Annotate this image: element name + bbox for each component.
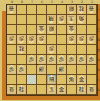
square-9a[interactable]: 香 [7, 5, 17, 15]
rank-label-4: 四 [97, 35, 100, 45]
square-4a[interactable] [57, 5, 67, 15]
piece-gote-l-1a[interactable]: 香 [87, 5, 95, 14]
piece-glyph: 銀 [49, 24, 55, 33]
square-9h[interactable] [7, 75, 17, 85]
piece-sente-p-1f[interactable]: 歩 [87, 55, 95, 64]
piece-sente-p-2f[interactable]: 歩 [77, 55, 85, 64]
square-1a[interactable]: 香 [87, 5, 97, 15]
piece-gote-g-6c[interactable]: 金 [37, 25, 45, 34]
rank-label-6: 六 [97, 55, 100, 65]
piece-sente-p-8g[interactable]: 歩 [17, 65, 25, 74]
square-3g[interactable] [67, 65, 77, 75]
square-9f[interactable] [7, 55, 17, 65]
square-4i[interactable]: 金 [57, 85, 67, 95]
piece-glyph: 歩 [89, 34, 95, 43]
square-5d[interactable] [47, 35, 57, 45]
piece-sente-k-5i[interactable]: 玉 [47, 85, 55, 94]
file-label-3: 3 [67, 0, 77, 4]
piece-glyph: 歩 [29, 55, 35, 64]
square-7d[interactable]: 歩 [27, 35, 37, 45]
square-7b[interactable] [27, 15, 37, 25]
piece-glyph: 銀 [69, 4, 75, 13]
shogi-board[interactable]: 香銀桂香飛歩玉角金銀金歩歩歩歩歩歩歩桂歩歩歩歩歩歩歩歩歩歩銀銀飛角金香桂玉金桂香 [7, 5, 97, 96]
piece-glyph: 桂 [79, 4, 85, 13]
piece-gote-b-2b[interactable]: 角 [77, 15, 85, 24]
piece-glyph: 歩 [39, 55, 45, 64]
piece-sente-l-1i[interactable]: 香 [87, 85, 95, 94]
square-1h[interactable] [87, 75, 97, 85]
piece-glyph: 金 [59, 85, 65, 94]
square-4g[interactable]: 銀 [57, 65, 67, 75]
square-3c[interactable]: 金 [67, 25, 77, 35]
square-1d[interactable]: 歩 [87, 35, 97, 45]
square-7i[interactable] [27, 85, 37, 95]
piece-sente-p-5f[interactable]: 歩 [47, 55, 55, 64]
bottom-frame-strip [2, 96, 100, 101]
piece-glyph: 桂 [19, 44, 25, 53]
piece-glyph: 歩 [9, 65, 15, 74]
piece-glyph: 玉 [69, 14, 75, 23]
piece-glyph: 角 [69, 75, 75, 84]
piece-sente-p-4f[interactable]: 歩 [57, 55, 65, 64]
shogi-app: 987654321 一二三四五六七八九 香銀桂香飛歩玉角金銀金歩歩歩歩歩歩歩桂歩… [0, 0, 100, 100]
file-label-7: 7 [27, 0, 37, 4]
square-3e[interactable] [67, 45, 77, 55]
square-5b[interactable]: 飛 [47, 15, 57, 25]
square-2i[interactable]: 桂 [77, 85, 87, 95]
square-5h[interactable]: 飛 [47, 75, 57, 85]
piece-glyph: 香 [89, 4, 95, 13]
piece-glyph: 銀 [39, 65, 45, 74]
piece-sente-p-7f[interactable]: 歩 [27, 55, 35, 64]
piece-glyph: 香 [9, 85, 15, 94]
piece-gote-p-6d[interactable]: 歩 [37, 35, 45, 44]
square-6d[interactable]: 歩 [37, 35, 47, 45]
square-5g[interactable] [47, 65, 57, 75]
piece-sente-r-5h[interactable]: 飛 [47, 75, 55, 84]
square-1g[interactable] [87, 65, 97, 75]
piece-gote-p-7d[interactable]: 歩 [27, 35, 35, 44]
piece-glyph: 歩 [69, 55, 75, 64]
piece-gote-p-9d[interactable]: 歩 [7, 35, 15, 44]
piece-glyph: 銀 [59, 65, 65, 74]
square-9i[interactable]: 香 [7, 85, 17, 95]
rank-label-3: 三 [97, 25, 100, 35]
square-2c[interactable] [77, 25, 87, 35]
piece-glyph: 歩 [89, 55, 95, 64]
piece-gote-p-1d[interactable]: 歩 [87, 35, 95, 44]
piece-glyph: 金 [79, 75, 85, 84]
square-9d[interactable]: 歩 [7, 35, 17, 45]
piece-gote-n-2a[interactable]: 桂 [77, 5, 85, 14]
square-1e[interactable] [87, 45, 97, 55]
rank-label-2: 二 [97, 15, 100, 25]
piece-glyph: 歩 [49, 44, 55, 53]
square-6f[interactable]: 歩 [37, 55, 47, 65]
file-label-5: 5 [47, 0, 57, 4]
piece-glyph: 飛 [49, 14, 55, 23]
square-9g[interactable]: 歩 [7, 65, 17, 75]
square-2a[interactable]: 桂 [77, 5, 87, 15]
piece-sente-l-9i[interactable]: 香 [7, 85, 15, 94]
file-coordinates: 987654321 [7, 0, 97, 4]
piece-gote-k-3b[interactable]: 玉 [67, 15, 75, 24]
file-label-6: 6 [37, 0, 47, 4]
square-6c[interactable]: 金 [37, 25, 47, 35]
square-7a[interactable] [27, 5, 37, 15]
piece-gote-p-3d[interactable]: 歩 [67, 35, 75, 44]
piece-sente-b-3h[interactable]: 角 [67, 75, 75, 84]
square-3d[interactable]: 歩 [67, 35, 77, 45]
file-label-1: 1 [87, 0, 97, 4]
piece-glyph: 歩 [19, 34, 25, 43]
square-8c[interactable] [17, 25, 27, 35]
rank-label-8: 八 [97, 75, 100, 85]
file-label-9: 9 [7, 0, 17, 4]
square-4d[interactable] [57, 35, 67, 45]
square-5e[interactable]: 歩 [47, 45, 57, 55]
piece-glyph: 歩 [49, 55, 55, 64]
file-label-4: 4 [57, 0, 67, 4]
piece-sente-n-2i[interactable]: 桂 [77, 85, 85, 94]
piece-glyph: 玉 [49, 85, 55, 94]
square-3b[interactable]: 玉 [67, 15, 77, 25]
piece-glyph: 歩 [79, 55, 85, 64]
square-1i[interactable]: 香 [87, 85, 97, 95]
rank-label-1: 一 [97, 5, 100, 15]
square-4b[interactable]: 歩 [57, 15, 67, 25]
piece-glyph: 歩 [69, 34, 75, 43]
square-2d[interactable]: 歩 [77, 35, 87, 45]
square-5f[interactable]: 歩 [47, 55, 57, 65]
piece-gote-p-5e[interactable]: 歩 [47, 45, 55, 54]
piece-sente-g-2h[interactable]: 金 [77, 75, 85, 84]
square-8g[interactable]: 歩 [17, 65, 27, 75]
square-3i[interactable] [67, 85, 77, 95]
piece-sente-p-3f[interactable]: 歩 [67, 55, 75, 64]
piece-glyph: 桂 [79, 85, 85, 94]
piece-sente-p-6f[interactable]: 歩 [37, 55, 45, 64]
square-6b[interactable] [37, 15, 47, 25]
piece-gote-g-3c[interactable]: 金 [67, 25, 75, 34]
square-8i[interactable]: 桂 [17, 85, 27, 95]
square-8f[interactable] [17, 55, 27, 65]
piece-glyph: 歩 [19, 65, 25, 74]
rank-label-5: 五 [97, 45, 100, 55]
file-label-8: 8 [17, 0, 27, 4]
piece-glyph: 歩 [9, 34, 15, 43]
square-8d[interactable]: 歩 [17, 35, 27, 45]
square-7g[interactable] [27, 65, 37, 75]
piece-sente-g-4i[interactable]: 金 [57, 85, 65, 94]
square-2e[interactable] [77, 45, 87, 55]
square-4e[interactable] [57, 45, 67, 55]
piece-glyph: 香 [89, 85, 95, 94]
square-9b[interactable] [7, 15, 17, 25]
square-5a[interactable] [47, 5, 57, 15]
piece-gote-s-3a[interactable]: 銀 [67, 5, 75, 14]
square-8h[interactable] [17, 75, 27, 85]
square-9e[interactable] [7, 45, 17, 55]
square-6e[interactable] [37, 45, 47, 55]
square-1f[interactable]: 歩 [87, 55, 97, 65]
square-3a[interactable]: 銀 [67, 5, 77, 15]
square-2f[interactable]: 歩 [77, 55, 87, 65]
piece-gote-s-5c[interactable]: 銀 [47, 25, 55, 34]
piece-glyph: 歩 [39, 34, 45, 43]
piece-glyph: 桂 [19, 85, 25, 94]
piece-gote-n-8e[interactable]: 桂 [17, 45, 25, 54]
square-8e[interactable]: 桂 [17, 45, 27, 55]
piece-glyph: 金 [39, 24, 45, 33]
piece-glyph: 歩 [79, 34, 85, 43]
square-2h[interactable]: 金 [77, 75, 87, 85]
piece-glyph: 歩 [29, 34, 35, 43]
piece-gote-r-5b[interactable]: 飛 [47, 15, 55, 24]
square-2g[interactable] [77, 65, 87, 75]
piece-glyph: 歩 [59, 55, 65, 64]
square-5c[interactable]: 銀 [47, 25, 57, 35]
piece-sente-s-6g[interactable]: 銀 [37, 65, 45, 74]
piece-glyph: 香 [9, 4, 15, 13]
square-5i[interactable]: 玉 [47, 85, 57, 95]
square-6a[interactable] [37, 5, 47, 15]
rank-label-7: 七 [97, 65, 100, 75]
square-8a[interactable] [17, 5, 27, 15]
square-6g[interactable]: 銀 [37, 65, 47, 75]
square-1c[interactable] [87, 25, 97, 35]
square-7h[interactable] [27, 75, 37, 85]
piece-glyph: 金 [69, 24, 75, 33]
piece-glyph: 歩 [59, 14, 65, 23]
square-3h[interactable]: 角 [67, 75, 77, 85]
file-label-2: 2 [77, 0, 87, 4]
square-6h[interactable] [37, 75, 47, 85]
square-8b[interactable] [17, 15, 27, 25]
square-3f[interactable]: 歩 [67, 55, 77, 65]
piece-gote-p-2d[interactable]: 歩 [77, 35, 85, 44]
square-4h[interactable] [57, 75, 67, 85]
piece-gote-p-8d[interactable]: 歩 [17, 35, 25, 44]
piece-glyph: 角 [79, 14, 85, 23]
square-1b[interactable] [87, 15, 97, 25]
piece-sente-n-8i[interactable]: 桂 [17, 85, 25, 94]
piece-sente-p-9g[interactable]: 歩 [7, 65, 15, 74]
square-7e[interactable] [27, 45, 37, 55]
piece-glyph: 飛 [49, 75, 55, 84]
piece-gote-p-4b[interactable]: 歩 [57, 15, 65, 24]
rank-label-9: 九 [97, 85, 100, 95]
square-9c[interactable] [7, 25, 17, 35]
square-6i[interactable] [37, 85, 47, 95]
piece-gote-l-9a[interactable]: 香 [7, 5, 15, 14]
rank-coordinates: 一二三四五六七八九 [97, 5, 100, 96]
square-2b[interactable]: 角 [77, 15, 87, 25]
piece-sente-s-4g[interactable]: 銀 [57, 65, 65, 74]
